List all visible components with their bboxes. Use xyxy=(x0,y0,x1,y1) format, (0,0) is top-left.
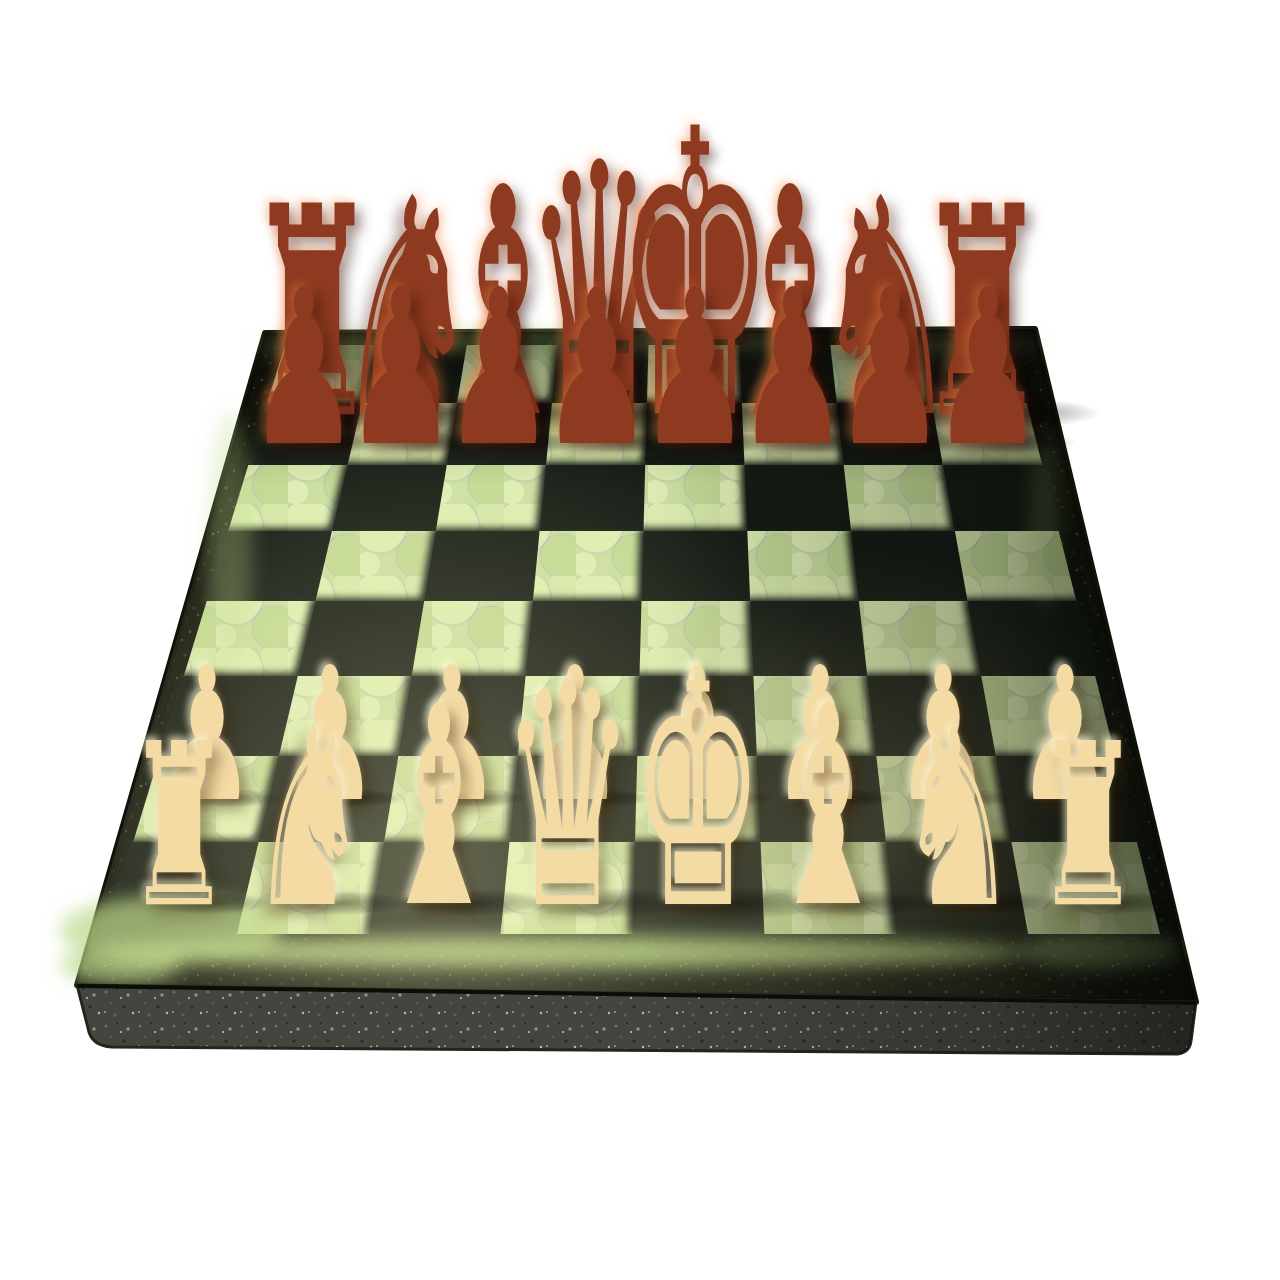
shadow-c2 xyxy=(425,789,529,808)
shadow-a1 xyxy=(145,892,271,915)
chess-set-photo: ♜♞♝♛♚♝♞♜♟♟♟♟♟♟♟♟♟♟♟♟♟♟♟♟♜♞♝♛♚♝♞♜ xyxy=(0,0,1280,1280)
shadow-h8 xyxy=(938,399,1100,428)
shadow-a2 xyxy=(180,789,284,808)
shadow-d2 xyxy=(547,789,651,808)
shadow-g2 xyxy=(915,789,1019,808)
shadow-e2 xyxy=(670,789,774,808)
shadow-b1 xyxy=(272,891,409,916)
shadow-h1 xyxy=(1054,892,1180,915)
shadow-f2 xyxy=(792,789,896,808)
chess-board xyxy=(0,0,1280,1280)
shadow-h2 xyxy=(1037,789,1141,808)
shadow-h7 xyxy=(956,431,1076,453)
shadow-g1 xyxy=(921,891,1058,916)
shadow-f1 xyxy=(787,889,941,917)
shadow-b2 xyxy=(302,789,406,808)
